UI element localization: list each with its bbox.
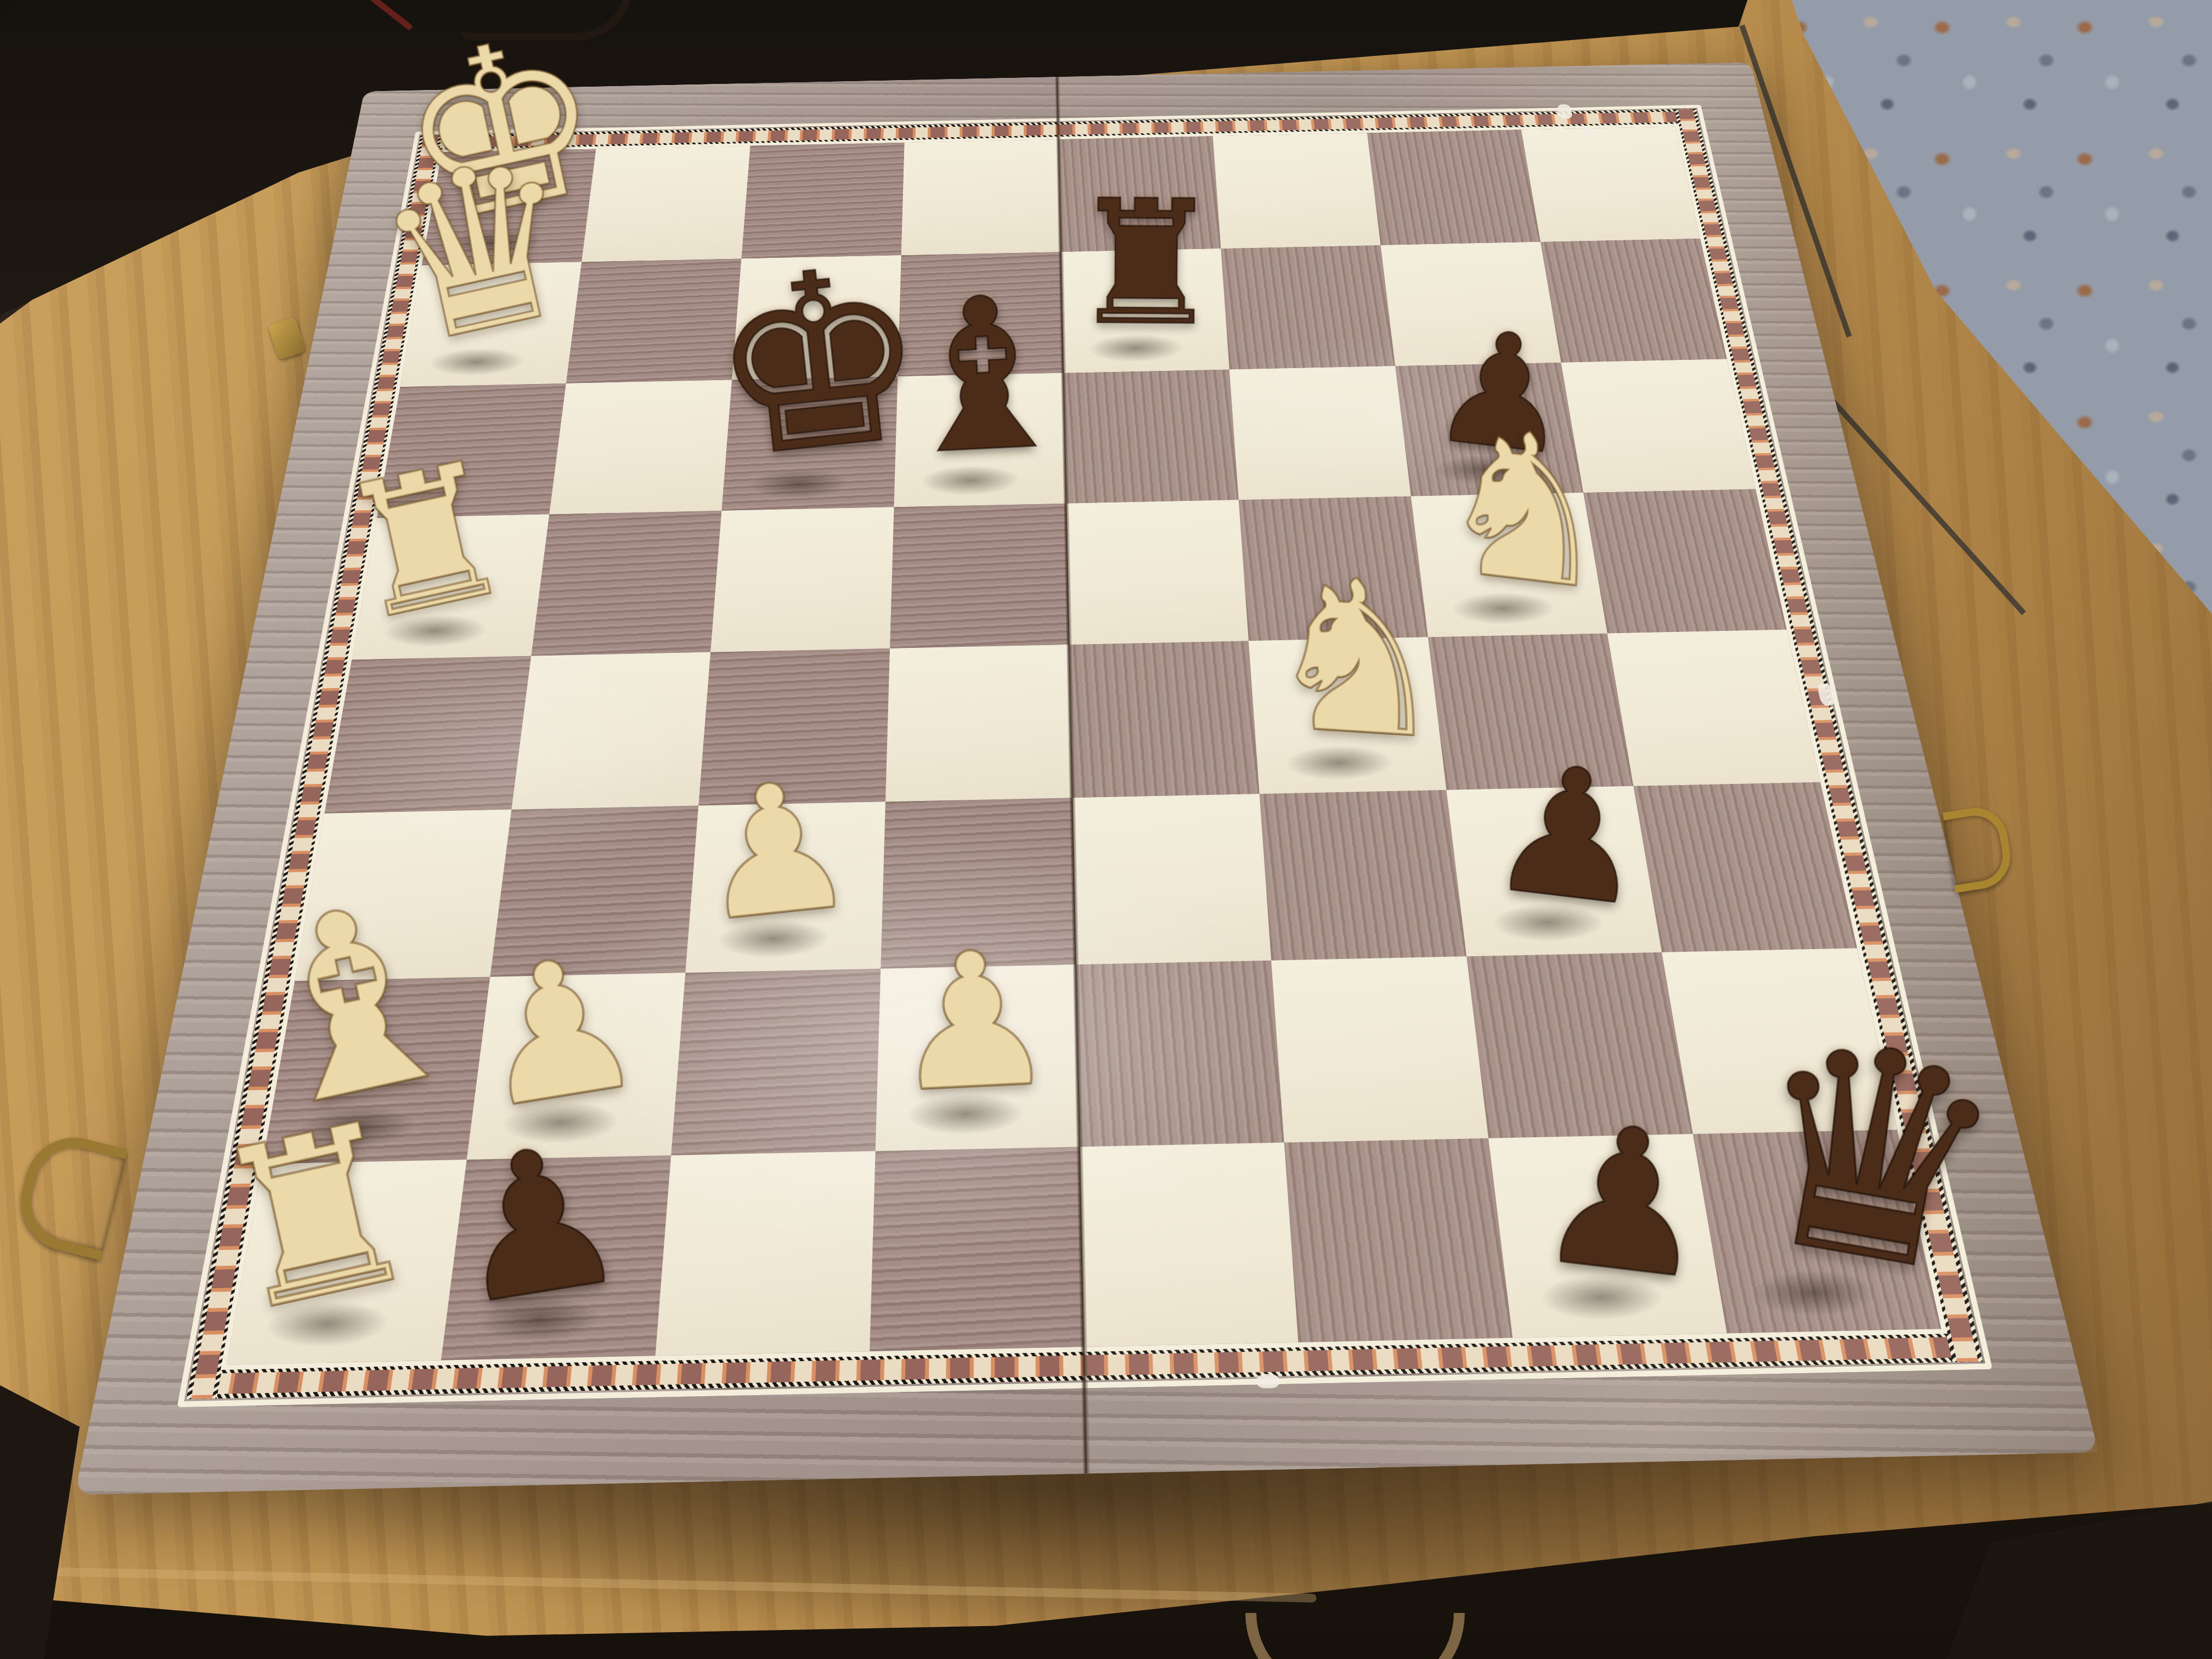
piece-white-pawn-c3: ♟ xyxy=(670,753,881,950)
piece-white-knight-f4: ♞ xyxy=(1257,548,1456,769)
square-g8 xyxy=(1367,129,1541,245)
square-a6 xyxy=(377,383,566,518)
square-h6 xyxy=(1561,359,1756,492)
square-e7 xyxy=(1061,249,1229,373)
piece-black-pawn-b1: ♟ xyxy=(416,1111,657,1338)
square-a7 xyxy=(400,262,582,387)
square-f6 xyxy=(1229,366,1411,500)
square-f8 xyxy=(1213,133,1381,249)
square-f7 xyxy=(1221,245,1395,369)
square-c7 xyxy=(732,255,901,380)
drawer-handle xyxy=(1245,1613,1465,1659)
square-e6 xyxy=(1064,369,1239,503)
photo-scene: ♚♛♜♚♝♟♜♞♞♟♟♝♟♟♜♟♟♛ xyxy=(0,0,2212,1659)
square-h8 xyxy=(1521,126,1700,241)
chess-board: ♚♛♜♚♝♟♜♞♞♟♟♝♟♟♜♟♟♛ xyxy=(75,63,2098,1495)
square-d8 xyxy=(901,139,1061,255)
piece-black-pawn-g3: ♟ xyxy=(1463,735,1677,935)
square-b6 xyxy=(549,380,732,514)
piece-black-queen-h1: ♛ xyxy=(1722,994,1981,1312)
square-a8 xyxy=(422,149,596,266)
square-a5 xyxy=(352,514,549,659)
square-d6 xyxy=(894,373,1066,507)
square-b8 xyxy=(582,146,750,262)
square-b5 xyxy=(531,511,721,656)
square-e5 xyxy=(1066,500,1249,645)
square-b7 xyxy=(566,258,742,383)
square-g6 xyxy=(1395,363,1583,496)
square-c5 xyxy=(710,507,894,652)
square-e8 xyxy=(1059,136,1221,252)
square-c6 xyxy=(721,376,898,511)
square-c8 xyxy=(741,143,904,258)
square-h7 xyxy=(1541,239,1727,363)
piece-black-pawn-g1: ♟ xyxy=(1509,1092,1743,1311)
piece-white-pawn-d2: ♟ xyxy=(867,924,1079,1120)
square-g7 xyxy=(1381,242,1561,366)
square-d5 xyxy=(890,504,1069,648)
square-h5 xyxy=(1583,489,1787,633)
square-d7 xyxy=(898,252,1063,376)
